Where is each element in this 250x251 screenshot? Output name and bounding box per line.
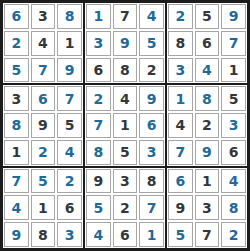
- cell-r4c6[interactable]: 9: [139, 86, 164, 111]
- cell-r1c9[interactable]: 9: [221, 4, 246, 29]
- cell-r3c2[interactable]: 7: [31, 58, 56, 83]
- cell-r5c3[interactable]: 5: [57, 113, 82, 138]
- box-r1c1: 638241579: [2, 2, 84, 84]
- cell-r1c3[interactable]: 8: [57, 4, 82, 29]
- cell-r9c1[interactable]: 9: [4, 222, 29, 247]
- cell-r8c9[interactable]: 8: [221, 195, 246, 220]
- cell-r8c7[interactable]: 9: [168, 195, 193, 220]
- cell-r9c2[interactable]: 8: [31, 222, 56, 247]
- cell-r2c1[interactable]: 2: [4, 31, 29, 56]
- cell-r6c7[interactable]: 7: [168, 140, 193, 165]
- cell-r4c3[interactable]: 7: [57, 86, 82, 111]
- cell-r1c4[interactable]: 1: [86, 4, 111, 29]
- cell-r9c7[interactable]: 5: [168, 222, 193, 247]
- cell-r1c1[interactable]: 6: [4, 4, 29, 29]
- cell-r3c8[interactable]: 4: [195, 58, 220, 83]
- cell-r3c6[interactable]: 2: [139, 58, 164, 83]
- cell-r8c4[interactable]: 5: [86, 195, 111, 220]
- cell-r8c1[interactable]: 4: [4, 195, 29, 220]
- cell-r3c9[interactable]: 1: [221, 58, 246, 83]
- cell-r2c5[interactable]: 9: [113, 31, 138, 56]
- cell-r7c9[interactable]: 4: [221, 169, 246, 194]
- cell-r5c7[interactable]: 4: [168, 113, 193, 138]
- cell-r8c2[interactable]: 1: [31, 195, 56, 220]
- cell-r4c1[interactable]: 3: [4, 86, 29, 111]
- cell-r7c2[interactable]: 5: [31, 169, 56, 194]
- cell-r7c1[interactable]: 7: [4, 169, 29, 194]
- cell-r5c6[interactable]: 6: [139, 113, 164, 138]
- cell-r4c4[interactable]: 2: [86, 86, 111, 111]
- cell-r6c6[interactable]: 3: [139, 140, 164, 165]
- cell-r6c9[interactable]: 6: [221, 140, 246, 165]
- cell-r5c5[interactable]: 1: [113, 113, 138, 138]
- cell-r3c3[interactable]: 9: [57, 58, 82, 83]
- cell-r8c6[interactable]: 7: [139, 195, 164, 220]
- box-r1c3: 259867341: [166, 2, 248, 84]
- cell-r7c6[interactable]: 8: [139, 169, 164, 194]
- cell-r2c4[interactable]: 3: [86, 31, 111, 56]
- cell-r2c2[interactable]: 4: [31, 31, 56, 56]
- cell-r9c9[interactable]: 2: [221, 222, 246, 247]
- box-r3c3: 614938572: [166, 167, 248, 249]
- cell-r6c5[interactable]: 5: [113, 140, 138, 165]
- box-r1c2: 174395682: [84, 2, 166, 84]
- sudoku-board: 6382415791743956822598673413678951242497…: [0, 0, 250, 251]
- cell-r8c5[interactable]: 2: [113, 195, 138, 220]
- cell-r9c6[interactable]: 1: [139, 222, 164, 247]
- cell-r5c8[interactable]: 2: [195, 113, 220, 138]
- cell-r4c8[interactable]: 8: [195, 86, 220, 111]
- cell-r2c8[interactable]: 6: [195, 31, 220, 56]
- cell-r5c9[interactable]: 3: [221, 113, 246, 138]
- cell-r4c2[interactable]: 6: [31, 86, 56, 111]
- cell-r3c4[interactable]: 6: [86, 58, 111, 83]
- cell-r6c4[interactable]: 8: [86, 140, 111, 165]
- cell-r4c7[interactable]: 1: [168, 86, 193, 111]
- cell-r9c8[interactable]: 7: [195, 222, 220, 247]
- cell-r1c5[interactable]: 7: [113, 4, 138, 29]
- cell-r6c3[interactable]: 4: [57, 140, 82, 165]
- cell-r9c5[interactable]: 6: [113, 222, 138, 247]
- cell-r9c3[interactable]: 3: [57, 222, 82, 247]
- cell-r8c3[interactable]: 6: [57, 195, 82, 220]
- cell-r3c5[interactable]: 8: [113, 58, 138, 83]
- cell-r2c6[interactable]: 5: [139, 31, 164, 56]
- box-r2c3: 185423796: [166, 84, 248, 166]
- cell-r4c9[interactable]: 5: [221, 86, 246, 111]
- cell-r5c2[interactable]: 9: [31, 113, 56, 138]
- cell-r6c2[interactable]: 2: [31, 140, 56, 165]
- cell-r7c7[interactable]: 6: [168, 169, 193, 194]
- cell-r2c7[interactable]: 8: [168, 31, 193, 56]
- box-r3c2: 938527461: [84, 167, 166, 249]
- cell-r2c3[interactable]: 1: [57, 31, 82, 56]
- box-r2c1: 367895124: [2, 84, 84, 166]
- cell-r7c3[interactable]: 2: [57, 169, 82, 194]
- cell-r9c4[interactable]: 4: [86, 222, 111, 247]
- cell-r5c4[interactable]: 7: [86, 113, 111, 138]
- cell-r1c6[interactable]: 4: [139, 4, 164, 29]
- cell-r7c4[interactable]: 9: [86, 169, 111, 194]
- cell-r7c5[interactable]: 3: [113, 169, 138, 194]
- box-r2c2: 249716853: [84, 84, 166, 166]
- cell-r5c1[interactable]: 8: [4, 113, 29, 138]
- cell-r4c5[interactable]: 4: [113, 86, 138, 111]
- cell-r7c8[interactable]: 1: [195, 169, 220, 194]
- box-r3c1: 752416983: [2, 167, 84, 249]
- cell-r3c7[interactable]: 3: [168, 58, 193, 83]
- cell-r6c8[interactable]: 9: [195, 140, 220, 165]
- cell-r1c2[interactable]: 3: [31, 4, 56, 29]
- cell-r3c1[interactable]: 5: [4, 58, 29, 83]
- cell-r1c7[interactable]: 2: [168, 4, 193, 29]
- cell-r1c8[interactable]: 5: [195, 4, 220, 29]
- cell-r6c1[interactable]: 1: [4, 140, 29, 165]
- cell-r8c8[interactable]: 3: [195, 195, 220, 220]
- cell-r2c9[interactable]: 7: [221, 31, 246, 56]
